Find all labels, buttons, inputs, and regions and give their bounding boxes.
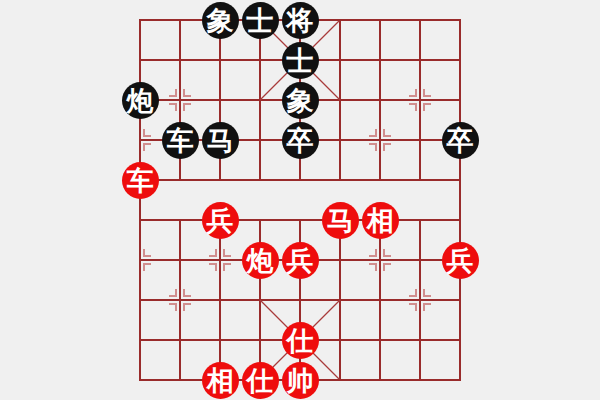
board-point-b3[interactable]	[160, 280, 200, 320]
board-point-e3[interactable]	[280, 280, 320, 320]
board-point-d10[interactable]: 士	[240, 0, 280, 40]
board-point-b8[interactable]	[160, 80, 200, 120]
red-horse[interactable]: 马	[322, 202, 359, 239]
board-point-e5[interactable]	[280, 200, 320, 240]
board-point-i1[interactable]	[440, 360, 480, 400]
board-point-h2[interactable]	[400, 320, 440, 360]
board-point-i3[interactable]	[440, 280, 480, 320]
red-soldier[interactable]: 兵	[202, 202, 239, 239]
board-point-f8[interactable]	[320, 80, 360, 120]
board-point-g9[interactable]	[360, 40, 400, 80]
board-point-h3[interactable]	[400, 280, 440, 320]
board-point-d4[interactable]: 炮	[240, 240, 280, 280]
board-point-c5[interactable]: 兵	[200, 200, 240, 240]
board-point-g10[interactable]	[360, 0, 400, 40]
red-chariot[interactable]: 车	[122, 162, 159, 199]
board-point-b4[interactable]	[160, 240, 200, 280]
board-point-f1[interactable]	[320, 360, 360, 400]
board-point-d2[interactable]	[240, 320, 280, 360]
board-point-g1[interactable]	[360, 360, 400, 400]
board-point-a9[interactable]	[120, 40, 160, 80]
board-point-h6[interactable]	[400, 160, 440, 200]
board-point-i4[interactable]: 兵	[440, 240, 480, 280]
board-point-g4[interactable]	[360, 240, 400, 280]
black-general[interactable]: 将	[282, 2, 319, 39]
red-advisor[interactable]: 仕	[242, 362, 279, 399]
board-point-a1[interactable]	[120, 360, 160, 400]
board-point-d1[interactable]: 仕	[240, 360, 280, 400]
black-advisor[interactable]: 士	[242, 2, 279, 39]
board-point-e8[interactable]: 象	[280, 80, 320, 120]
board-point-h10[interactable]	[400, 0, 440, 40]
xiangqi-board: 象士将士炮象车马卒卒车兵马相炮兵兵仕相仕帅	[0, 0, 600, 400]
red-soldier[interactable]: 兵	[442, 242, 479, 279]
board-point-b7[interactable]: 车	[160, 120, 200, 160]
board-point-e6[interactable]	[280, 160, 320, 200]
board-point-f6[interactable]	[320, 160, 360, 200]
board-point-b2[interactable]	[160, 320, 200, 360]
board-point-i5[interactable]	[440, 200, 480, 240]
board-point-c8[interactable]	[200, 80, 240, 120]
board-point-g2[interactable]	[360, 320, 400, 360]
board-point-a2[interactable]	[120, 320, 160, 360]
board-point-e7[interactable]: 卒	[280, 120, 320, 160]
black-elephant[interactable]: 象	[202, 2, 239, 39]
red-elephant[interactable]: 相	[202, 362, 239, 399]
board-point-f9[interactable]	[320, 40, 360, 80]
board-point-g3[interactable]	[360, 280, 400, 320]
board-point-d3[interactable]	[240, 280, 280, 320]
board-point-e4[interactable]: 兵	[280, 240, 320, 280]
board-point-b9[interactable]	[160, 40, 200, 80]
board-point-d8[interactable]	[240, 80, 280, 120]
black-advisor[interactable]: 士	[282, 42, 319, 79]
board-point-c1[interactable]: 相	[200, 360, 240, 400]
board-point-f2[interactable]	[320, 320, 360, 360]
board-point-c10[interactable]: 象	[200, 0, 240, 40]
board-point-g8[interactable]	[360, 80, 400, 120]
board-point-h7[interactable]	[400, 120, 440, 160]
board-point-f4[interactable]	[320, 240, 360, 280]
board-point-a7[interactable]	[120, 120, 160, 160]
red-cannon[interactable]: 炮	[242, 242, 279, 279]
board-point-c6[interactable]	[200, 160, 240, 200]
board-point-d5[interactable]	[240, 200, 280, 240]
board-point-b1[interactable]	[160, 360, 200, 400]
board-point-d6[interactable]	[240, 160, 280, 200]
board-point-c7[interactable]: 马	[200, 120, 240, 160]
black-soldier[interactable]: 卒	[442, 122, 479, 159]
red-soldier[interactable]: 兵	[282, 242, 319, 279]
board-point-e9[interactable]: 士	[280, 40, 320, 80]
board-point-d7[interactable]	[240, 120, 280, 160]
board-point-a4[interactable]	[120, 240, 160, 280]
board-point-f3[interactable]	[320, 280, 360, 320]
black-elephant[interactable]: 象	[282, 82, 319, 119]
board-point-g6[interactable]	[360, 160, 400, 200]
red-general[interactable]: 帅	[282, 362, 319, 399]
board-point-c9[interactable]	[200, 40, 240, 80]
board-point-e10[interactable]: 将	[280, 0, 320, 40]
board-point-e2[interactable]: 仕	[280, 320, 320, 360]
red-elephant[interactable]: 相	[362, 202, 399, 239]
board-point-d9[interactable]	[240, 40, 280, 80]
black-cannon[interactable]: 炮	[122, 82, 159, 119]
board-point-a10[interactable]	[120, 0, 160, 40]
black-chariot[interactable]: 车	[162, 122, 199, 159]
board-point-h1[interactable]	[400, 360, 440, 400]
board-point-h4[interactable]	[400, 240, 440, 280]
board-point-b6[interactable]	[160, 160, 200, 200]
board-grid: 象士将士炮象车马卒卒车兵马相炮兵兵仕相仕帅	[120, 0, 480, 400]
board-point-i6[interactable]	[440, 160, 480, 200]
black-horse[interactable]: 马	[202, 122, 239, 159]
board-point-g5[interactable]: 相	[360, 200, 400, 240]
board-point-f10[interactable]	[320, 0, 360, 40]
board-point-f7[interactable]	[320, 120, 360, 160]
board-point-h5[interactable]	[400, 200, 440, 240]
red-advisor[interactable]: 仕	[282, 322, 319, 359]
board-point-c3[interactable]	[200, 280, 240, 320]
black-soldier[interactable]: 卒	[282, 122, 319, 159]
board-point-i2[interactable]	[440, 320, 480, 360]
board-point-i9[interactable]	[440, 40, 480, 80]
board-point-c4[interactable]	[200, 240, 240, 280]
board-point-e1[interactable]: 帅	[280, 360, 320, 400]
board-point-c2[interactable]	[200, 320, 240, 360]
board-point-b10[interactable]	[160, 0, 200, 40]
board-point-h8[interactable]	[400, 80, 440, 120]
board-point-f5[interactable]: 马	[320, 200, 360, 240]
board-point-a3[interactable]	[120, 280, 160, 320]
board-point-i8[interactable]	[440, 80, 480, 120]
board-point-i7[interactable]: 卒	[440, 120, 480, 160]
board-point-a8[interactable]: 炮	[120, 80, 160, 120]
board-point-i10[interactable]	[440, 0, 480, 40]
board-point-b5[interactable]	[160, 200, 200, 240]
board-point-g7[interactable]	[360, 120, 400, 160]
board-point-a6[interactable]: 车	[120, 160, 160, 200]
board-point-h9[interactable]	[400, 40, 440, 80]
board-point-a5[interactable]	[120, 200, 160, 240]
